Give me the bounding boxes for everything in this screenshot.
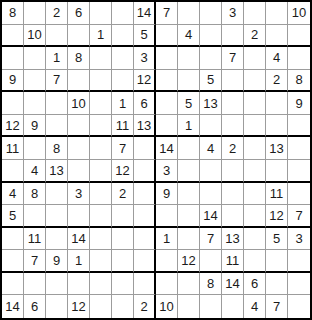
cell-r5c9-given: 5 — [178, 92, 200, 115]
cell-r13c14-empty[interactable] — [288, 273, 310, 296]
cell-r4c13-given: 2 — [266, 70, 288, 93]
cell-r7c4-empty[interactable] — [68, 137, 90, 160]
cell-r4c9-empty[interactable] — [178, 70, 200, 93]
cell-r9c6-given: 2 — [112, 183, 134, 206]
cell-r10c4-empty[interactable] — [68, 205, 90, 228]
cell-r11c10-given: 7 — [200, 228, 222, 251]
cell-r11c2-given: 11 — [24, 228, 46, 251]
cell-r3c8-empty[interactable] — [156, 47, 178, 70]
cell-r6c4-empty[interactable] — [68, 115, 90, 138]
cell-r10c13-given: 12 — [266, 205, 288, 228]
cell-r7c12-empty[interactable] — [244, 137, 266, 160]
cell-r14c1-given: 14 — [2, 295, 24, 318]
cell-r1c7-given: 14 — [134, 2, 156, 25]
cell-r2c7-given: 5 — [134, 25, 156, 48]
cell-r7c7-empty[interactable] — [134, 137, 156, 160]
cell-r9c9-empty[interactable] — [178, 183, 200, 206]
cell-r4c2-empty[interactable] — [24, 70, 46, 93]
cell-r8c1-empty[interactable] — [2, 160, 24, 183]
cell-r1c12-empty[interactable] — [244, 2, 266, 25]
cell-r8c3-given: 13 — [46, 160, 68, 183]
cell-r8c10-empty[interactable] — [200, 160, 222, 183]
cell-r1c8-given: 7 — [156, 2, 178, 25]
cell-r14c12-given: 4 — [244, 295, 266, 318]
cell-r1c14-given: 10 — [288, 2, 310, 25]
cell-r6c7-given: 13 — [134, 115, 156, 138]
cell-r2c10-empty[interactable] — [200, 25, 222, 48]
cell-r12c3-given: 9 — [46, 250, 68, 273]
cell-r9c7-empty[interactable] — [134, 183, 156, 206]
cell-r9c10-empty[interactable] — [200, 183, 222, 206]
cell-r7c5-empty[interactable] — [90, 137, 112, 160]
cell-r1c5-empty[interactable] — [90, 2, 112, 25]
cell-r2c6-empty[interactable] — [112, 25, 134, 48]
cell-r7c11-given: 2 — [222, 137, 244, 160]
cell-r3c11-given: 7 — [222, 47, 244, 70]
cell-r14c2-given: 6 — [24, 295, 46, 318]
cell-r8c8-given: 3 — [156, 160, 178, 183]
cell-r2c9-given: 4 — [178, 25, 200, 48]
cell-r6c14-empty[interactable] — [288, 115, 310, 138]
cell-r3c7-given: 3 — [134, 47, 156, 70]
cell-r1c10-empty[interactable] — [200, 2, 222, 25]
cell-r6c6-given: 11 — [112, 115, 134, 138]
cell-r7c2-empty[interactable] — [24, 137, 46, 160]
cell-r9c2-given: 8 — [24, 183, 46, 206]
cell-r14c5-empty[interactable] — [90, 295, 112, 318]
cell-r12c5-empty[interactable] — [90, 250, 112, 273]
cell-r4c5-empty[interactable] — [90, 70, 112, 93]
cell-r3c13-given: 4 — [266, 47, 288, 70]
cell-r12c9-given: 12 — [178, 250, 200, 273]
cell-r7c14-empty[interactable] — [288, 137, 310, 160]
cell-r5c12-empty[interactable] — [244, 92, 266, 115]
cell-r4c1-given: 9 — [2, 70, 24, 93]
cell-r10c8-empty[interactable] — [156, 205, 178, 228]
cell-r13c6-empty[interactable] — [112, 273, 134, 296]
cell-r1c4-given: 6 — [68, 2, 90, 25]
cell-r3c6-empty[interactable] — [112, 47, 134, 70]
cell-r13c11-given: 14 — [222, 273, 244, 296]
cell-r5c4-given: 10 — [68, 92, 90, 115]
cell-r3c9-empty[interactable] — [178, 47, 200, 70]
cell-r10c12-empty[interactable] — [244, 205, 266, 228]
cell-r2c14-empty[interactable] — [288, 25, 310, 48]
cell-r5c1-empty[interactable] — [2, 92, 24, 115]
cell-r12c13-empty[interactable] — [266, 250, 288, 273]
cell-r6c1-given: 12 — [2, 115, 24, 138]
cell-r12c8-empty[interactable] — [156, 250, 178, 273]
cell-r8c9-empty[interactable] — [178, 160, 200, 183]
cell-r3c4-given: 8 — [68, 47, 90, 70]
cell-r13c3-empty[interactable] — [46, 273, 68, 296]
cell-r4c8-empty[interactable] — [156, 70, 178, 93]
cell-r4c14-given: 8 — [288, 70, 310, 93]
cell-r6c9-given: 1 — [178, 115, 200, 138]
cell-r10c2-empty[interactable] — [24, 205, 46, 228]
cell-r14c7-given: 2 — [134, 295, 156, 318]
cell-r8c2-given: 4 — [24, 160, 46, 183]
cell-r8c14-empty[interactable] — [288, 160, 310, 183]
cell-r2c12-given: 2 — [244, 25, 266, 48]
cell-r11c9-empty[interactable] — [178, 228, 200, 251]
cell-r11c11-given: 13 — [222, 228, 244, 251]
cell-r1c9-empty[interactable] — [178, 2, 200, 25]
cell-r11c13-given: 5 — [266, 228, 288, 251]
cell-r9c14-empty[interactable] — [288, 183, 310, 206]
cell-r5c6-given: 1 — [112, 92, 134, 115]
cell-r6c3-empty[interactable] — [46, 115, 68, 138]
cell-r2c4-empty[interactable] — [68, 25, 90, 48]
cell-r11c12-empty[interactable] — [244, 228, 266, 251]
cell-r12c4-given: 1 — [68, 250, 90, 273]
cell-r10c9-empty[interactable] — [178, 205, 200, 228]
cell-r9c8-given: 9 — [156, 183, 178, 206]
cell-r11c6-empty[interactable] — [112, 228, 134, 251]
cell-r3c3-given: 1 — [46, 47, 68, 70]
cell-r11c1-empty[interactable] — [2, 228, 24, 251]
cell-r6c13-empty[interactable] — [266, 115, 288, 138]
cell-r6c10-empty[interactable] — [200, 115, 222, 138]
cell-r4c7-given: 12 — [134, 70, 156, 93]
cell-r8c11-empty[interactable] — [222, 160, 244, 183]
cell-r9c5-empty[interactable] — [90, 183, 112, 206]
cell-r5c7-given: 6 — [134, 92, 156, 115]
cell-r5c2-empty[interactable] — [24, 92, 46, 115]
cell-r9c1-given: 4 — [2, 183, 24, 206]
cell-r8c12-empty[interactable] — [244, 160, 266, 183]
cell-r10c11-empty[interactable] — [222, 205, 244, 228]
cell-r2c5-given: 1 — [90, 25, 112, 48]
cell-r4c6-empty[interactable] — [112, 70, 134, 93]
cell-r4c11-empty[interactable] — [222, 70, 244, 93]
cell-r3c1-empty[interactable] — [2, 47, 24, 70]
cell-r8c7-empty[interactable] — [134, 160, 156, 183]
cell-r11c3-empty[interactable] — [46, 228, 68, 251]
cell-r8c13-empty[interactable] — [266, 160, 288, 183]
cell-r9c3-empty[interactable] — [46, 183, 68, 206]
cell-r2c2-given: 10 — [24, 25, 46, 48]
cell-r1c13-empty[interactable] — [266, 2, 288, 25]
cell-r5c5-empty[interactable] — [90, 92, 112, 115]
cell-r3c12-empty[interactable] — [244, 47, 266, 70]
cell-r14c8-given: 10 — [156, 295, 178, 318]
cell-r1c11-given: 3 — [222, 2, 244, 25]
cell-r10c7-empty[interactable] — [134, 205, 156, 228]
cell-r2c1-empty[interactable] — [2, 25, 24, 48]
cell-r13c12-given: 6 — [244, 273, 266, 296]
cell-r3c10-empty[interactable] — [200, 47, 222, 70]
cell-r8c5-empty[interactable] — [90, 160, 112, 183]
cell-r7c9-empty[interactable] — [178, 137, 200, 160]
cell-r1c3-given: 2 — [46, 2, 68, 25]
cell-r6c8-empty[interactable] — [156, 115, 178, 138]
cell-r11c5-empty[interactable] — [90, 228, 112, 251]
cell-r13c2-empty[interactable] — [24, 273, 46, 296]
cell-r13c4-empty[interactable] — [68, 273, 90, 296]
cell-r7c1-given: 11 — [2, 137, 24, 160]
cell-r3c2-empty[interactable] — [24, 47, 46, 70]
cell-r5c11-empty[interactable] — [222, 92, 244, 115]
cell-r5c13-empty[interactable] — [266, 92, 288, 115]
cell-r12c2-given: 7 — [24, 250, 46, 273]
cell-r11c4-given: 14 — [68, 228, 90, 251]
cell-r1c1-given: 8 — [2, 2, 24, 25]
cell-r5c8-empty[interactable] — [156, 92, 178, 115]
cell-r8c6-given: 12 — [112, 160, 134, 183]
cell-r10c3-empty[interactable] — [46, 205, 68, 228]
cell-r13c8-empty[interactable] — [156, 273, 178, 296]
cell-r7c3-given: 8 — [46, 137, 68, 160]
cell-r3c14-empty[interactable] — [288, 47, 310, 70]
cell-r10c5-empty[interactable] — [90, 205, 112, 228]
cell-r5c3-empty[interactable] — [46, 92, 68, 115]
cell-r12c1-empty[interactable] — [2, 250, 24, 273]
cell-r8c4-empty[interactable] — [68, 160, 90, 183]
cell-r5c10-given: 13 — [200, 92, 222, 115]
cell-r1c2-empty[interactable] — [24, 2, 46, 25]
cell-r11c7-empty[interactable] — [134, 228, 156, 251]
cell-r7c8-given: 14 — [156, 137, 178, 160]
cell-r5c14-given: 9 — [288, 92, 310, 115]
cell-r14c3-empty[interactable] — [46, 295, 68, 318]
cell-r4c12-empty[interactable] — [244, 70, 266, 93]
cell-r13c5-empty[interactable] — [90, 273, 112, 296]
cell-r10c10-given: 14 — [200, 205, 222, 228]
cell-r7c10-given: 4 — [200, 137, 222, 160]
cell-r12c11-given: 11 — [222, 250, 244, 273]
cell-r6c2-given: 9 — [24, 115, 46, 138]
cell-r14c13-given: 7 — [266, 295, 288, 318]
cell-r13c7-empty[interactable] — [134, 273, 156, 296]
cell-r2c13-empty[interactable] — [266, 25, 288, 48]
cell-r4c4-empty[interactable] — [68, 70, 90, 93]
cell-r9c12-empty[interactable] — [244, 183, 266, 206]
cell-r1c6-empty[interactable] — [112, 2, 134, 25]
cell-r13c13-empty[interactable] — [266, 273, 288, 296]
cell-r9c11-empty[interactable] — [222, 183, 244, 206]
cell-r7c13-given: 13 — [266, 137, 288, 160]
cell-r14c11-empty[interactable] — [222, 295, 244, 318]
cell-r4c10-given: 5 — [200, 70, 222, 93]
cell-r12c7-empty[interactable] — [134, 250, 156, 273]
cell-r6c5-empty[interactable] — [90, 115, 112, 138]
cell-r14c9-empty[interactable] — [178, 295, 200, 318]
cell-r7c6-given: 7 — [112, 137, 134, 160]
cell-r14c6-empty[interactable] — [112, 295, 134, 318]
cell-r12c12-empty[interactable] — [244, 250, 266, 273]
cell-r9c4-given: 3 — [68, 183, 90, 206]
cell-r4c3-given: 7 — [46, 70, 68, 93]
cell-r2c3-empty[interactable] — [46, 25, 68, 48]
cell-r10c14-given: 7 — [288, 205, 310, 228]
sudoku-board: 8261473101015421837497125281016513912911… — [0, 0, 312, 320]
cell-r12c6-empty[interactable] — [112, 250, 134, 273]
cell-r9c13-given: 11 — [266, 183, 288, 206]
cell-r10c1-given: 5 — [2, 205, 24, 228]
cell-r14c4-given: 12 — [68, 295, 90, 318]
cell-r3c5-empty[interactable] — [90, 47, 112, 70]
cell-r14c14-empty[interactable] — [288, 295, 310, 318]
cell-r13c1-empty[interactable] — [2, 273, 24, 296]
cell-r2c11-empty[interactable] — [222, 25, 244, 48]
cell-r11c14-given: 3 — [288, 228, 310, 251]
cell-r13c10-given: 8 — [200, 273, 222, 296]
cell-r2c8-empty[interactable] — [156, 25, 178, 48]
cell-r14c10-empty[interactable] — [200, 295, 222, 318]
cell-r12c14-empty[interactable] — [288, 250, 310, 273]
cell-r6c12-empty[interactable] — [244, 115, 266, 138]
cell-r12c10-empty[interactable] — [200, 250, 222, 273]
cell-r6c11-empty[interactable] — [222, 115, 244, 138]
cell-r10c6-empty[interactable] — [112, 205, 134, 228]
cell-r11c8-given: 1 — [156, 228, 178, 251]
cell-r13c9-empty[interactable] — [178, 273, 200, 296]
